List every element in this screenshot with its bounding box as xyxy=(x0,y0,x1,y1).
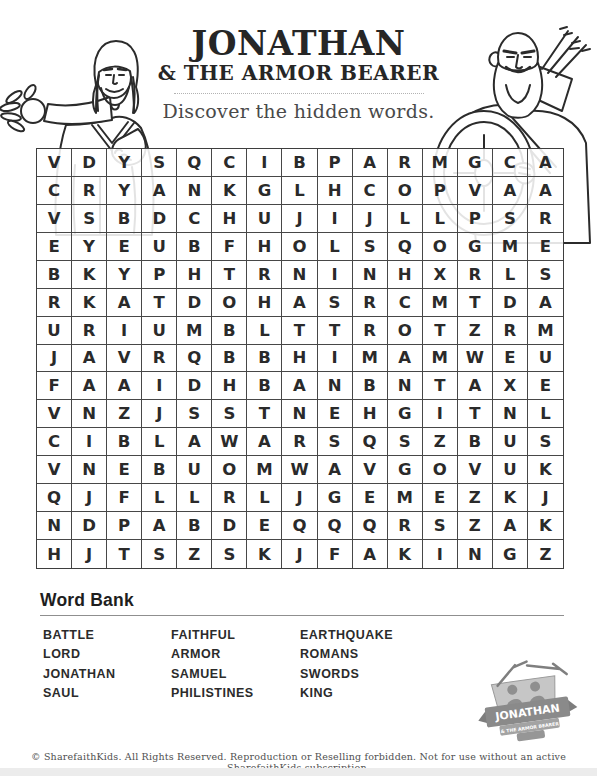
grid-cell-r3c10[interactable]: J xyxy=(353,205,388,233)
grid-cell-r7c3[interactable]: I xyxy=(107,317,142,345)
grid-cell-r7c8[interactable]: T xyxy=(282,317,317,345)
grid-cell-r7c15[interactable]: M xyxy=(528,317,563,345)
grid-cell-r8c10[interactable]: M xyxy=(353,345,388,373)
grid-cell-r1c7[interactable]: I xyxy=(247,149,282,177)
grid-cell-r2c7[interactable]: G xyxy=(247,177,282,205)
grid-cell-r2c8[interactable]: L xyxy=(282,177,317,205)
grid-cell-r5c9[interactable]: I xyxy=(318,261,353,289)
grid-cell-r10c12[interactable]: I xyxy=(423,400,458,428)
grid-cell-r12c13[interactable]: V xyxy=(458,456,493,484)
grid-cell-r15c11[interactable]: K xyxy=(388,540,423,568)
grid-cell-r4c13[interactable]: G xyxy=(458,233,493,261)
grid-cell-r12c14[interactable]: U xyxy=(493,456,528,484)
grid-cell-r3c2[interactable]: S xyxy=(72,205,107,233)
grid-cell-r3c6[interactable]: H xyxy=(212,205,247,233)
grid-cell-r13c15[interactable]: J xyxy=(528,484,563,512)
grid-cell-r13c3[interactable]: F xyxy=(107,484,142,512)
grid-cell-r6c13[interactable]: T xyxy=(458,289,493,317)
grid-cell-r5c13[interactable]: R xyxy=(458,261,493,289)
grid-cell-r2c14[interactable]: A xyxy=(493,177,528,205)
word-bank-rule xyxy=(40,615,564,616)
grid-cell-r13c2[interactable]: J xyxy=(72,484,107,512)
grid-cell-r12c4[interactable]: B xyxy=(142,456,177,484)
grid-cell-r5c2[interactable]: K xyxy=(72,261,107,289)
grid-cell-r4c6[interactable]: F xyxy=(212,233,247,261)
grid-cell-r7c13[interactable]: Z xyxy=(458,317,493,345)
grid-cell-r5c15[interactable]: S xyxy=(528,261,563,289)
grid-cell-r15c2[interactable]: J xyxy=(72,540,107,568)
grid-cell-r6c14[interactable]: D xyxy=(493,289,528,317)
grid-cell-r11c2[interactable]: I xyxy=(72,428,107,456)
grid-cell-r1c15[interactable]: A xyxy=(528,149,563,177)
grid-cell-r11c15[interactable]: S xyxy=(528,428,563,456)
grid-cell-r2c11[interactable]: O xyxy=(388,177,423,205)
grid-cell-r10c5[interactable]: S xyxy=(177,400,212,428)
grid-cell-r15c15[interactable]: Z xyxy=(528,540,563,568)
grid-cell-r8c12[interactable]: M xyxy=(423,345,458,373)
grid-cell-r15c14[interactable]: G xyxy=(493,540,528,568)
worksheet-page: JONATHAN & THE ARMOR BEARER Discover the… xyxy=(0,0,597,776)
grid-cell-r9c14[interactable]: X xyxy=(493,372,528,400)
word-bank-item: SAUL xyxy=(43,684,116,703)
grid-cell-r14c5[interactable]: B xyxy=(177,512,212,540)
grid-cell-r2c4[interactable]: A xyxy=(142,177,177,205)
grid-cell-r12c5[interactable]: U xyxy=(177,456,212,484)
word-bank-item: KING xyxy=(300,684,393,703)
grid-cell-r5c7[interactable]: R xyxy=(247,261,282,289)
grid-cell-r8c7[interactable]: B xyxy=(247,345,282,373)
grid-cell-r4c12[interactable]: O xyxy=(423,233,458,261)
grid-cell-r3c13[interactable]: P xyxy=(458,205,493,233)
grid-cell-r3c12[interactable]: L xyxy=(423,205,458,233)
grid-cell-r11c13[interactable]: B xyxy=(458,428,493,456)
grid-cell-r7c1[interactable]: U xyxy=(37,317,72,345)
grid-cell-r9c11[interactable]: N xyxy=(388,372,423,400)
grid-cell-r12c9[interactable]: A xyxy=(318,456,353,484)
grid-cell-r4c9[interactable]: L xyxy=(318,233,353,261)
grid-cell-r13c5[interactable]: L xyxy=(177,484,212,512)
grid-cell-r12c11[interactable]: G xyxy=(388,456,423,484)
grid-cell-r8c2[interactable]: A xyxy=(72,345,107,373)
grid-cell-r8c11[interactable]: A xyxy=(388,345,423,373)
grid-cell-r11c9[interactable]: S xyxy=(318,428,353,456)
grid-cell-r14c1[interactable]: N xyxy=(37,512,72,540)
grid-cell-r14c11[interactable]: R xyxy=(388,512,423,540)
grid-cell-r1c1[interactable]: V xyxy=(37,149,72,177)
grid-cell-r10c8[interactable]: N xyxy=(282,400,317,428)
grid-cell-r13c12[interactable]: E xyxy=(423,484,458,512)
grid-cell-r6c3[interactable]: A xyxy=(107,289,142,317)
grid-cell-r10c11[interactable]: G xyxy=(388,400,423,428)
grid-cell-r8c3[interactable]: V xyxy=(107,345,142,373)
grid-cell-r12c6[interactable]: O xyxy=(212,456,247,484)
grid-cell-r2c13[interactable]: V xyxy=(458,177,493,205)
grid-cell-r13c6[interactable]: R xyxy=(212,484,247,512)
word-bank-column-1: BATTLELORDJONATHANSAUL xyxy=(43,626,116,703)
grid-cell-r4c8[interactable]: O xyxy=(282,233,317,261)
grid-cell-r1c8[interactable]: B xyxy=(282,149,317,177)
grid-cell-r4c4[interactable]: U xyxy=(142,233,177,261)
grid-cell-r12c7[interactable]: M xyxy=(247,456,282,484)
grid-cell-r11c12[interactable]: Z xyxy=(423,428,458,456)
grid-cell-r6c11[interactable]: C xyxy=(388,289,423,317)
word-bank-item: FAITHFUL xyxy=(171,626,254,645)
grid-cell-r3c11[interactable]: L xyxy=(388,205,423,233)
grid-cell-r6c6[interactable]: O xyxy=(212,289,247,317)
grid-cell-r5c1[interactable]: B xyxy=(37,261,72,289)
sharefaith-badge-logo: JONATHAN & THE ARMOR BEARER xyxy=(469,651,584,751)
grid-cell-r5c12[interactable]: X xyxy=(423,261,458,289)
grid-cell-r13c7[interactable]: L xyxy=(247,484,282,512)
grid-cell-r13c1[interactable]: Q xyxy=(37,484,72,512)
grid-cell-r8c14[interactable]: E xyxy=(493,345,528,373)
grid-cell-r4c10[interactable]: S xyxy=(353,233,388,261)
grid-cell-r7c4[interactable]: U xyxy=(142,317,177,345)
grid-cell-r4c14[interactable]: M xyxy=(493,233,528,261)
grid-cell-r8c15[interactable]: U xyxy=(528,345,563,373)
grid-cell-r13c14[interactable]: K xyxy=(493,484,528,512)
grid-cell-r2c3[interactable]: Y xyxy=(107,177,142,205)
grid-cell-r14c3[interactable]: P xyxy=(107,512,142,540)
grid-cell-r4c11[interactable]: Q xyxy=(388,233,423,261)
grid-cell-r13c10[interactable]: E xyxy=(353,484,388,512)
word-bank-item: EARTHQUAKE xyxy=(300,626,393,645)
grid-cell-r8c5[interactable]: Q xyxy=(177,345,212,373)
word-bank-item: SWORDS xyxy=(300,665,393,684)
grid-cell-r6c15[interactable]: A xyxy=(528,289,563,317)
grid-cell-r5c8[interactable]: N xyxy=(282,261,317,289)
word-bank-item: SAMUEL xyxy=(171,665,254,684)
grid-cell-r1c9[interactable]: P xyxy=(318,149,353,177)
grid-cell-r14c4[interactable]: A xyxy=(142,512,177,540)
grid-cell-r2c5[interactable]: N xyxy=(177,177,212,205)
word-grid: VDYSQCIBPARMGCACRYANKGLHCOPVAAVSBDCHUJIJ… xyxy=(36,148,564,569)
grid-cell-r4c15[interactable]: E xyxy=(528,233,563,261)
grid-cell-r8c13[interactable]: W xyxy=(458,345,493,373)
grid-cell-r7c5[interactable]: M xyxy=(177,317,212,345)
word-bank-column-2: FAITHFULARMORSAMUELPHILISTINES xyxy=(171,626,254,703)
grid-cell-r10c9[interactable]: E xyxy=(318,400,353,428)
grid-cell-r6c12[interactable]: M xyxy=(423,289,458,317)
grid-cell-r14c6[interactable]: D xyxy=(212,512,247,540)
grid-cell-r3c8[interactable]: J xyxy=(282,205,317,233)
grid-cell-r9c1[interactable]: F xyxy=(37,372,72,400)
grid-cell-r15c9[interactable]: F xyxy=(318,540,353,568)
grid-cell-r2c9[interactable]: H xyxy=(318,177,353,205)
grid-cell-r9c5[interactable]: D xyxy=(177,372,212,400)
page-title: JONATHAN xyxy=(0,29,597,59)
grid-cell-r9c13[interactable]: A xyxy=(458,372,493,400)
grid-cell-r11c14[interactable]: U xyxy=(493,428,528,456)
grid-cell-r11c6[interactable]: W xyxy=(212,428,247,456)
grid-cell-r9c4[interactable]: I xyxy=(142,372,177,400)
word-bank-item: PHILISTINES xyxy=(171,684,254,703)
grid-cell-r6c4[interactable]: T xyxy=(142,289,177,317)
instruction-text: Discover the hidden words. xyxy=(0,100,597,122)
grid-cell-r3c1[interactable]: V xyxy=(37,205,72,233)
grid-cell-r6c10[interactable]: R xyxy=(353,289,388,317)
grid-cell-r10c3[interactable]: Z xyxy=(107,400,142,428)
grid-cell-r14c15[interactable]: K xyxy=(528,512,563,540)
grid-cell-r12c3[interactable]: E xyxy=(107,456,142,484)
word-bank-item: ARMOR xyxy=(171,645,254,664)
grid-cell-r2c12[interactable]: P xyxy=(423,177,458,205)
grid-cell-r8c8[interactable]: H xyxy=(282,345,317,373)
grid-cell-r8c4[interactable]: R xyxy=(142,345,177,373)
grid-cell-r9c9[interactable]: N xyxy=(318,372,353,400)
grid-cell-r15c8[interactable]: J xyxy=(282,540,317,568)
grid-cell-r12c12[interactable]: O xyxy=(423,456,458,484)
grid-cell-r12c2[interactable]: N xyxy=(72,456,107,484)
grid-cell-r7c9[interactable]: T xyxy=(318,317,353,345)
grid-cell-r14c9[interactable]: Q xyxy=(318,512,353,540)
grid-cell-r12c15[interactable]: K xyxy=(528,456,563,484)
grid-cell-r1c14[interactable]: C xyxy=(493,149,528,177)
grid-cell-r11c3[interactable]: B xyxy=(107,428,142,456)
grid-cell-r10c4[interactable]: J xyxy=(142,400,177,428)
grid-cell-r3c3[interactable]: B xyxy=(107,205,142,233)
grid-cell-r3c9[interactable]: I xyxy=(318,205,353,233)
grid-cell-r7c11[interactable]: O xyxy=(388,317,423,345)
grid-cell-r11c5[interactable]: A xyxy=(177,428,212,456)
grid-cell-r15c7[interactable]: K xyxy=(247,540,282,568)
grid-cell-r15c4[interactable]: S xyxy=(142,540,177,568)
grid-cell-r1c5[interactable]: Q xyxy=(177,149,212,177)
grid-cell-r8c9[interactable]: I xyxy=(318,345,353,373)
grid-cell-r15c10[interactable]: A xyxy=(353,540,388,568)
grid-cell-r4c7[interactable]: H xyxy=(247,233,282,261)
grid-cell-r3c14[interactable]: S xyxy=(493,205,528,233)
grid-cell-r13c11[interactable]: M xyxy=(388,484,423,512)
grid-cell-r3c4[interactable]: D xyxy=(142,205,177,233)
grid-cell-r12c1[interactable]: V xyxy=(37,456,72,484)
grid-cell-r14c8[interactable]: Q xyxy=(282,512,317,540)
grid-cell-r12c8[interactable]: W xyxy=(282,456,317,484)
grid-cell-r6c5[interactable]: D xyxy=(177,289,212,317)
word-bank-item: LORD xyxy=(43,645,116,664)
grid-cell-r15c13[interactable]: N xyxy=(458,540,493,568)
grid-cell-r15c3[interactable]: T xyxy=(107,540,142,568)
grid-cell-r8c1[interactable]: J xyxy=(37,345,72,373)
grid-cell-r1c11[interactable]: R xyxy=(388,149,423,177)
grid-cell-r6c2[interactable]: K xyxy=(72,289,107,317)
grid-cell-r5c4[interactable]: P xyxy=(142,261,177,289)
word-bank-column-3: EARTHQUAKEROMANSSWORDSKING xyxy=(300,626,393,703)
word-bank-item: JONATHAN xyxy=(43,665,116,684)
grid-cell-r5c6[interactable]: T xyxy=(212,261,247,289)
grid-cell-r14c10[interactable]: Q xyxy=(353,512,388,540)
grid-cell-r9c10[interactable]: B xyxy=(353,372,388,400)
grid-cell-r7c2[interactable]: R xyxy=(72,317,107,345)
grid-cell-r2c10[interactable]: C xyxy=(353,177,388,205)
grid-cell-r11c8[interactable]: R xyxy=(282,428,317,456)
grid-cell-r2c15[interactable]: A xyxy=(528,177,563,205)
grid-cell-r1c6[interactable]: C xyxy=(212,149,247,177)
grid-cell-r3c7[interactable]: U xyxy=(247,205,282,233)
grid-cell-r15c5[interactable]: Z xyxy=(177,540,212,568)
grid-cell-r14c7[interactable]: E xyxy=(247,512,282,540)
grid-cell-r4c3[interactable]: E xyxy=(107,233,142,261)
grid-cell-r9c12[interactable]: T xyxy=(423,372,458,400)
grid-cell-r1c12[interactable]: M xyxy=(423,149,458,177)
word-bank-heading: Word Bank xyxy=(40,590,134,611)
grid-cell-r13c13[interactable]: Z xyxy=(458,484,493,512)
grid-cell-r7c12[interactable]: T xyxy=(423,317,458,345)
grid-cell-r8c6[interactable]: B xyxy=(212,345,247,373)
grid-cell-r11c10[interactable]: Q xyxy=(353,428,388,456)
grid-cell-r2c1[interactable]: C xyxy=(37,177,72,205)
grid-cell-r6c7[interactable]: H xyxy=(247,289,282,317)
grid-cell-r1c4[interactable]: S xyxy=(142,149,177,177)
grid-cell-r9c8[interactable]: A xyxy=(282,372,317,400)
grid-cell-r6c8[interactable]: A xyxy=(282,289,317,317)
page-subtitle: & THE ARMOR BEARER xyxy=(0,63,597,83)
grid-cell-r10c14[interactable]: N xyxy=(493,400,528,428)
grid-cell-r11c11[interactable]: S xyxy=(388,428,423,456)
grid-cell-r9c15[interactable]: E xyxy=(528,372,563,400)
grid-cell-r10c13[interactable]: T xyxy=(458,400,493,428)
footer-strip xyxy=(0,768,597,776)
grid-cell-r12c10[interactable]: V xyxy=(353,456,388,484)
grid-cell-r11c7[interactable]: A xyxy=(247,428,282,456)
word-bank-item: BATTLE xyxy=(43,626,116,645)
grid-cell-r5c11[interactable]: H xyxy=(388,261,423,289)
grid-cell-r11c4[interactable]: L xyxy=(142,428,177,456)
grid-cell-r14c2[interactable]: D xyxy=(72,512,107,540)
grid-cell-r11c1[interactable]: C xyxy=(37,428,72,456)
grid-cell-r10c15[interactable]: L xyxy=(528,400,563,428)
grid-cell-r5c10[interactable]: N xyxy=(353,261,388,289)
grid-cell-r13c9[interactable]: G xyxy=(318,484,353,512)
grid-cell-r13c8[interactable]: J xyxy=(282,484,317,512)
word-bank-item: ROMANS xyxy=(300,645,393,664)
grid-cell-r14c13[interactable]: Z xyxy=(458,512,493,540)
grid-cell-r6c1[interactable]: R xyxy=(37,289,72,317)
grid-cell-r2c2[interactable]: R xyxy=(72,177,107,205)
grid-cell-r9c2[interactable]: A xyxy=(72,372,107,400)
grid-cell-r10c2[interactable]: N xyxy=(72,400,107,428)
grid-cell-r4c1[interactable]: E xyxy=(37,233,72,261)
grid-cell-r13c4[interactable]: L xyxy=(142,484,177,512)
grid-cell-r5c3[interactable]: Y xyxy=(107,261,142,289)
grid-cell-r10c10[interactable]: H xyxy=(353,400,388,428)
grid-cell-r10c7[interactable]: T xyxy=(247,400,282,428)
grid-cell-r7c7[interactable]: L xyxy=(247,317,282,345)
grid-cell-r9c7[interactable]: B xyxy=(247,372,282,400)
grid-cell-r4c5[interactable]: B xyxy=(177,233,212,261)
grid-cell-r1c10[interactable]: A xyxy=(353,149,388,177)
grid-cell-r9c3[interactable]: A xyxy=(107,372,142,400)
grid-cell-r7c6[interactable]: B xyxy=(212,317,247,345)
grid-cell-r14c12[interactable]: S xyxy=(423,512,458,540)
grid-cell-r5c5[interactable]: H xyxy=(177,261,212,289)
grid-cell-r7c10[interactable]: R xyxy=(353,317,388,345)
grid-cell-r10c1[interactable]: V xyxy=(37,400,72,428)
grid-cell-r1c13[interactable]: G xyxy=(458,149,493,177)
grid-cell-r6c9[interactable]: S xyxy=(318,289,353,317)
grid-cell-r7c14[interactable]: R xyxy=(493,317,528,345)
grid-cell-r10c6[interactable]: S xyxy=(212,400,247,428)
grid-cell-r15c1[interactable]: H xyxy=(37,540,72,568)
grid-cell-r3c15[interactable]: R xyxy=(528,205,563,233)
grid-cell-r2c6[interactable]: K xyxy=(212,177,247,205)
header-divider xyxy=(174,93,424,94)
grid-cell-r4c2[interactable]: Y xyxy=(72,233,107,261)
grid-cell-r3c5[interactable]: C xyxy=(177,205,212,233)
grid-cell-r14c14[interactable]: A xyxy=(493,512,528,540)
grid-cell-r15c12[interactable]: I xyxy=(423,540,458,568)
grid-cell-r1c3[interactable]: Y xyxy=(107,149,142,177)
grid-cell-r9c6[interactable]: H xyxy=(212,372,247,400)
grid-cell-r5c14[interactable]: L xyxy=(493,261,528,289)
grid-cell-r1c2[interactable]: D xyxy=(72,149,107,177)
grid-cell-r15c6[interactable]: S xyxy=(212,540,247,568)
